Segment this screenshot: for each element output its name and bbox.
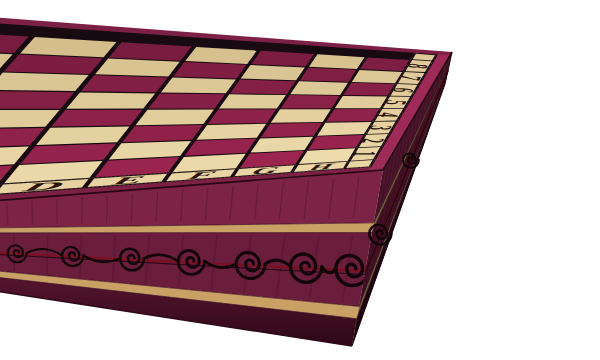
square-e7	[173, 62, 246, 78]
square-d5	[66, 92, 155, 108]
square-e4	[136, 110, 215, 126]
photo-canvas: A8B7C6D5E4F3G2H1	[0, 0, 600, 360]
rank-label-5: 5	[378, 100, 414, 105]
square-d4	[51, 110, 142, 127]
square-g3	[261, 123, 322, 138]
square-e5	[148, 93, 225, 108]
square-g5	[281, 95, 340, 108]
square-d7	[95, 59, 180, 77]
square-c6	[0, 73, 89, 92]
square-f7	[241, 65, 305, 80]
square-g6	[290, 81, 348, 95]
square-f6	[230, 80, 296, 95]
square-g4	[271, 109, 331, 123]
chessboard-photo: A8B7C6D5E4F3G2H1	[0, 0, 600, 360]
square-d3	[36, 126, 129, 145]
square-f3	[196, 124, 266, 140]
rank-label-4: 4	[370, 112, 408, 117]
face-detail-line	[32, 201, 33, 225]
square-g7	[300, 68, 357, 82]
face-detail-line	[107, 195, 108, 223]
square-e3	[122, 125, 202, 142]
square-f4	[208, 109, 276, 124]
square-d6	[81, 75, 168, 92]
square-e6	[161, 78, 236, 94]
square-f5	[219, 94, 286, 108]
